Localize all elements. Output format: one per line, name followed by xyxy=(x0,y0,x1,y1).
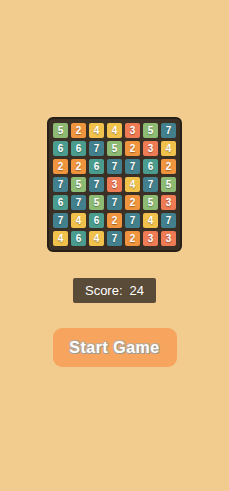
tile-r1c1[interactable]: 5 xyxy=(53,123,68,138)
tile-r4c3[interactable]: 7 xyxy=(89,177,104,192)
tile-r3c7[interactable]: 2 xyxy=(161,159,176,174)
tile-r4c1[interactable]: 7 xyxy=(53,177,68,192)
tile-r4c7[interactable]: 5 xyxy=(161,177,176,192)
tile-r3c4[interactable]: 7 xyxy=(107,159,122,174)
tile-r2c2[interactable]: 6 xyxy=(71,141,86,156)
tile-r2c4[interactable]: 5 xyxy=(107,141,122,156)
tile-r7c1[interactable]: 4 xyxy=(53,231,68,246)
tile-r1c6[interactable]: 5 xyxy=(143,123,158,138)
tile-r2c1[interactable]: 6 xyxy=(53,141,68,156)
tile-r5c5[interactable]: 2 xyxy=(125,195,140,210)
tile-r2c3[interactable]: 7 xyxy=(89,141,104,156)
tile-r1c2[interactable]: 2 xyxy=(71,123,86,138)
tile-r5c1[interactable]: 6 xyxy=(53,195,68,210)
tile-r2c6[interactable]: 3 xyxy=(143,141,158,156)
tile-r2c5[interactable]: 2 xyxy=(125,141,140,156)
tile-r7c2[interactable]: 6 xyxy=(71,231,86,246)
tile-r3c2[interactable]: 2 xyxy=(71,159,86,174)
tile-r6c7[interactable]: 7 xyxy=(161,213,176,228)
puzzle-board: 5244357667523422677627573475675725374627… xyxy=(47,117,182,252)
tile-r2c7[interactable]: 4 xyxy=(161,141,176,156)
tile-r3c3[interactable]: 6 xyxy=(89,159,104,174)
tile-r1c7[interactable]: 7 xyxy=(161,123,176,138)
tile-r3c6[interactable]: 6 xyxy=(143,159,158,174)
tile-r4c2[interactable]: 5 xyxy=(71,177,86,192)
tile-r5c2[interactable]: 7 xyxy=(71,195,86,210)
tile-r6c2[interactable]: 4 xyxy=(71,213,86,228)
tile-r6c3[interactable]: 6 xyxy=(89,213,104,228)
score-value: 24 xyxy=(130,283,144,298)
tile-r6c1[interactable]: 7 xyxy=(53,213,68,228)
score-display: Score: 24 xyxy=(73,278,156,303)
tile-r1c3[interactable]: 4 xyxy=(89,123,104,138)
tile-r5c6[interactable]: 5 xyxy=(143,195,158,210)
tile-r7c4[interactable]: 7 xyxy=(107,231,122,246)
game-screen: 5244357667523422677627573475675725374627… xyxy=(0,0,229,491)
tile-r4c4[interactable]: 3 xyxy=(107,177,122,192)
tile-r4c6[interactable]: 7 xyxy=(143,177,158,192)
start-game-button[interactable]: Start Game xyxy=(53,328,177,367)
tile-r7c3[interactable]: 4 xyxy=(89,231,104,246)
tile-r7c5[interactable]: 2 xyxy=(125,231,140,246)
tile-r3c5[interactable]: 7 xyxy=(125,159,140,174)
tile-r6c5[interactable]: 7 xyxy=(125,213,140,228)
tile-r4c5[interactable]: 4 xyxy=(125,177,140,192)
tile-r5c3[interactable]: 5 xyxy=(89,195,104,210)
tile-r1c4[interactable]: 4 xyxy=(107,123,122,138)
tile-r5c4[interactable]: 7 xyxy=(107,195,122,210)
tile-r1c5[interactable]: 3 xyxy=(125,123,140,138)
tile-r5c7[interactable]: 3 xyxy=(161,195,176,210)
tile-r7c7[interactable]: 3 xyxy=(161,231,176,246)
tile-r6c4[interactable]: 2 xyxy=(107,213,122,228)
score-label: Score: xyxy=(85,283,123,298)
tile-r7c6[interactable]: 3 xyxy=(143,231,158,246)
tile-r6c6[interactable]: 4 xyxy=(143,213,158,228)
tile-r3c1[interactable]: 2 xyxy=(53,159,68,174)
